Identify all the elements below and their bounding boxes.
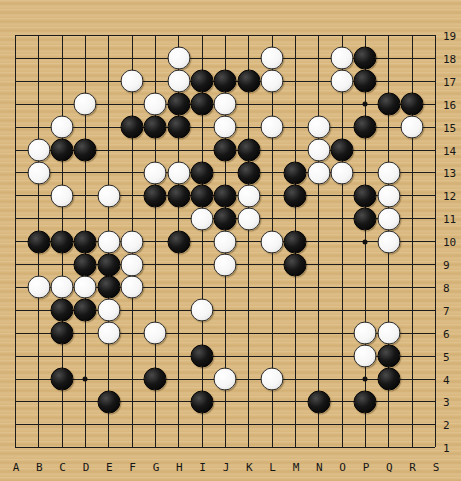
stone-black-D7[interactable] (74, 299, 97, 322)
go-board-screenshot: ABCDEFGHIJKLMNOPQRS191817161514131211109… (0, 0, 461, 481)
stone-white-L4[interactable] (261, 368, 284, 391)
stone-white-Q6[interactable] (377, 322, 400, 345)
stone-black-K17[interactable] (237, 70, 260, 93)
stone-black-H10[interactable] (167, 230, 190, 253)
stone-white-C8[interactable] (51, 276, 74, 299)
row-label-5: 5 (443, 350, 450, 363)
grid-horizontal-line-2 (15, 424, 435, 425)
row-label-13: 13 (443, 167, 456, 180)
column-label-N: N (316, 461, 323, 474)
row-label-9: 9 (443, 259, 450, 272)
stone-black-P17[interactable] (354, 70, 377, 93)
column-label-O: O (339, 461, 346, 474)
stone-white-G16[interactable] (144, 93, 167, 116)
stone-white-L18[interactable] (261, 47, 284, 70)
stone-white-G13[interactable] (144, 161, 167, 184)
stone-white-Q13[interactable] (377, 161, 400, 184)
stone-black-Q5[interactable] (377, 345, 400, 368)
stone-white-E7[interactable] (97, 299, 120, 322)
stone-white-K11[interactable] (237, 207, 260, 230)
row-label-8: 8 (443, 281, 450, 294)
stone-black-I16[interactable] (191, 93, 214, 116)
stone-white-F17[interactable] (121, 70, 144, 93)
row-label-7: 7 (443, 304, 450, 317)
stone-black-B10[interactable] (27, 230, 50, 253)
grid-horizontal-line-13 (15, 172, 435, 173)
stone-black-I3[interactable] (191, 390, 214, 413)
stone-white-F10[interactable] (121, 230, 144, 253)
stone-white-J10[interactable] (214, 230, 237, 253)
stone-black-H12[interactable] (167, 184, 190, 207)
stone-white-E6[interactable] (97, 322, 120, 345)
stone-white-G6[interactable] (144, 322, 167, 345)
stone-black-D14[interactable] (74, 139, 97, 162)
star-point-P4 (363, 377, 368, 382)
column-label-S: S (433, 461, 440, 474)
stone-black-C10[interactable] (51, 230, 74, 253)
stone-white-H18[interactable] (167, 47, 190, 70)
row-label-18: 18 (443, 52, 456, 65)
stone-black-J17[interactable] (214, 70, 237, 93)
stone-white-P6[interactable] (354, 322, 377, 345)
stone-white-B13[interactable] (27, 161, 50, 184)
row-label-19: 19 (443, 30, 456, 43)
stone-black-P15[interactable] (354, 116, 377, 139)
stone-white-I7[interactable] (191, 299, 214, 322)
stone-black-E8[interactable] (97, 276, 120, 299)
row-label-1: 1 (443, 442, 450, 455)
column-label-M: M (293, 461, 300, 474)
stone-white-L15[interactable] (261, 116, 284, 139)
stone-black-Q16[interactable] (377, 93, 400, 116)
stone-white-O18[interactable] (331, 47, 354, 70)
stone-white-J4[interactable] (214, 368, 237, 391)
stone-black-D10[interactable] (74, 230, 97, 253)
stone-white-C15[interactable] (51, 116, 74, 139)
star-point-P10 (363, 239, 368, 244)
stone-black-J11[interactable] (214, 207, 237, 230)
star-point-D4 (83, 377, 88, 382)
stone-white-L17[interactable] (261, 70, 284, 93)
stone-white-F8[interactable] (121, 276, 144, 299)
row-label-3: 3 (443, 396, 450, 409)
grid-horizontal-line-1 (15, 447, 435, 448)
stone-black-C7[interactable] (51, 299, 74, 322)
stone-black-C6[interactable] (51, 322, 74, 345)
row-label-2: 2 (443, 419, 450, 432)
star-point-P16 (363, 102, 368, 107)
column-label-I: I (199, 461, 206, 474)
column-label-E: E (106, 461, 113, 474)
stone-black-J12[interactable] (214, 184, 237, 207)
stone-black-I12[interactable] (191, 184, 214, 207)
stone-white-D16[interactable] (74, 93, 97, 116)
stone-white-H13[interactable] (167, 161, 190, 184)
column-label-P: P (363, 461, 370, 474)
column-label-L: L (269, 461, 276, 474)
stone-white-N14[interactable] (307, 139, 330, 162)
stone-black-M13[interactable] (284, 161, 307, 184)
stone-black-Q4[interactable] (377, 368, 400, 391)
stone-white-J15[interactable] (214, 116, 237, 139)
stone-black-F15[interactable] (121, 116, 144, 139)
stone-black-P3[interactable] (354, 390, 377, 413)
column-label-B: B (36, 461, 43, 474)
stone-black-N3[interactable] (307, 390, 330, 413)
column-label-F: F (129, 461, 136, 474)
grid-horizontal-line-19 (15, 35, 435, 36)
stone-black-I5[interactable] (191, 345, 214, 368)
stone-white-O17[interactable] (331, 70, 354, 93)
stone-black-D9[interactable] (74, 253, 97, 276)
row-label-4: 4 (443, 373, 450, 386)
stone-black-M9[interactable] (284, 253, 307, 276)
stone-white-C12[interactable] (51, 184, 74, 207)
stone-black-O14[interactable] (331, 139, 354, 162)
stone-black-J14[interactable] (214, 139, 237, 162)
row-label-11: 11 (443, 213, 456, 226)
stone-white-E10[interactable] (97, 230, 120, 253)
stone-black-C4[interactable] (51, 368, 74, 391)
stone-white-N15[interactable] (307, 116, 330, 139)
stone-black-G15[interactable] (144, 116, 167, 139)
stone-black-H15[interactable] (167, 116, 190, 139)
row-label-6: 6 (443, 327, 450, 340)
stone-white-F9[interactable] (121, 253, 144, 276)
stone-black-P18[interactable] (354, 47, 377, 70)
row-label-15: 15 (443, 121, 456, 134)
row-label-16: 16 (443, 98, 456, 111)
stone-black-K14[interactable] (237, 139, 260, 162)
stone-white-D8[interactable] (74, 276, 97, 299)
column-label-Q: Q (386, 461, 393, 474)
row-label-14: 14 (443, 144, 456, 157)
column-label-D: D (83, 461, 90, 474)
stone-black-E9[interactable] (97, 253, 120, 276)
stone-white-J9[interactable] (214, 253, 237, 276)
stone-white-B14[interactable] (27, 139, 50, 162)
stone-white-K12[interactable] (237, 184, 260, 207)
stone-black-I17[interactable] (191, 70, 214, 93)
stone-black-G12[interactable] (144, 184, 167, 207)
stone-white-E12[interactable] (97, 184, 120, 207)
stone-black-R16[interactable] (401, 93, 424, 116)
stone-white-J16[interactable] (214, 93, 237, 116)
column-label-H: H (176, 461, 183, 474)
stone-white-N13[interactable] (307, 161, 330, 184)
stone-white-Q10[interactable] (377, 230, 400, 253)
stone-black-P12[interactable] (354, 184, 377, 207)
row-label-17: 17 (443, 75, 456, 88)
stone-white-Q11[interactable] (377, 207, 400, 230)
row-label-10: 10 (443, 236, 456, 249)
stone-white-R15[interactable] (401, 116, 424, 139)
column-label-J: J (223, 461, 230, 474)
stone-black-K13[interactable] (237, 161, 260, 184)
stone-black-C14[interactable] (51, 139, 74, 162)
stone-white-L10[interactable] (261, 230, 284, 253)
column-label-C: C (59, 461, 66, 474)
stone-black-P11[interactable] (354, 207, 377, 230)
stone-white-I11[interactable] (191, 207, 214, 230)
stone-black-G4[interactable] (144, 368, 167, 391)
stone-black-H16[interactable] (167, 93, 190, 116)
grid-vertical-line-S (435, 35, 436, 447)
stone-white-O13[interactable] (331, 161, 354, 184)
column-label-K: K (246, 461, 253, 474)
row-label-12: 12 (443, 190, 456, 203)
stone-black-E3[interactable] (97, 390, 120, 413)
stone-black-M10[interactable] (284, 230, 307, 253)
column-label-R: R (409, 461, 416, 474)
stone-white-H17[interactable] (167, 70, 190, 93)
column-label-G: G (153, 461, 160, 474)
stone-black-I13[interactable] (191, 161, 214, 184)
column-label-A: A (13, 461, 20, 474)
stone-black-M12[interactable] (284, 184, 307, 207)
stone-white-Q12[interactable] (377, 184, 400, 207)
stone-white-B8[interactable] (27, 276, 50, 299)
stone-white-P5[interactable] (354, 345, 377, 368)
